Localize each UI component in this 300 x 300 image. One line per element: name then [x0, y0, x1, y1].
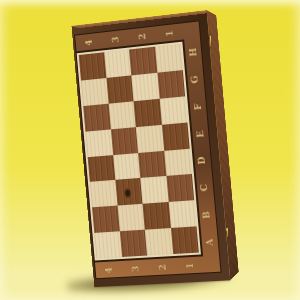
file-label-e: E	[196, 130, 206, 138]
file-label-c: C	[200, 184, 210, 192]
square-a1	[170, 226, 198, 254]
square-h4	[79, 52, 106, 80]
board-coordinate-border: 4321 4321 HGFEDCBA	[74, 20, 221, 279]
file-label-f: F	[193, 103, 203, 110]
rank-label-4: 4	[84, 38, 93, 45]
square-e1	[161, 122, 189, 150]
board-front: 4321 4321 HGFEDCBA	[71, 10, 230, 287]
square-c1	[166, 174, 194, 202]
square-c2	[140, 176, 168, 204]
square-a4	[94, 231, 121, 258]
product-photo: 4321 4321 HGFEDCBA	[0, 0, 300, 300]
square-c4	[90, 180, 117, 207]
rank-label-2: 2	[138, 32, 147, 39]
square-h2	[129, 47, 157, 76]
square-a3	[119, 230, 147, 257]
square-d3	[113, 153, 141, 181]
square-g3	[106, 75, 134, 103]
rank-label-1: 1	[165, 29, 174, 36]
square-f2	[133, 99, 161, 127]
folded-chess-box: 4321 4321 HGFEDCBA	[71, 10, 230, 287]
square-a2	[145, 228, 173, 255]
file-label-g: G	[191, 75, 201, 84]
photo-scene: 4321 4321 HGFEDCBA	[0, 0, 300, 300]
square-g1	[157, 70, 185, 99]
rank-label-2: 2	[158, 263, 167, 270]
file-label-a: A	[205, 239, 215, 247]
square-b1	[168, 200, 196, 228]
square-f1	[159, 96, 187, 124]
rank-label-1: 1	[185, 262, 194, 269]
square-c3	[115, 178, 143, 206]
file-label-h: H	[188, 47, 198, 57]
square-e4	[85, 129, 112, 157]
square-h3	[104, 50, 132, 78]
square-g2	[131, 73, 159, 101]
square-g4	[81, 78, 108, 106]
brass-clasp-icon	[209, 35, 211, 48]
square-h1	[155, 44, 183, 73]
square-d2	[138, 150, 166, 178]
file-label-d: D	[198, 157, 208, 166]
rank-label-3: 3	[111, 35, 120, 42]
square-b2	[142, 202, 170, 230]
rank-label-3: 3	[131, 265, 140, 272]
rank-label-4: 4	[104, 266, 113, 273]
playing-field-frame	[76, 39, 203, 262]
square-e3	[110, 127, 138, 155]
square-d1	[164, 148, 192, 176]
brass-hinge-icon	[226, 228, 228, 238]
square-b4	[92, 206, 119, 233]
chess-board-grid	[79, 44, 199, 259]
square-f3	[108, 101, 136, 129]
square-f4	[83, 103, 110, 131]
square-e2	[136, 124, 164, 152]
square-b3	[117, 204, 145, 231]
square-d4	[88, 155, 115, 183]
file-label-b: B	[203, 211, 213, 219]
